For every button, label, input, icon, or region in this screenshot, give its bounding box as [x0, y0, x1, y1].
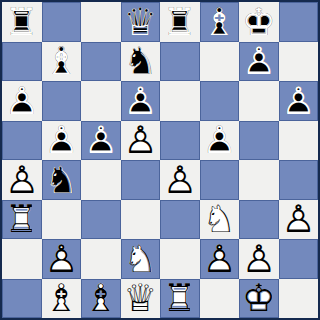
- piece-glyph-outline: ♙: [44, 121, 78, 159]
- piece-glyph-outline: ♙: [242, 42, 276, 80]
- piece-glyph-outline: ♙: [5, 82, 39, 120]
- piece-glyph-outline: ♘: [44, 161, 78, 199]
- piece-glyph-outline: ♔: [242, 279, 276, 317]
- square-c4[interactable]: [81, 160, 121, 200]
- square-g6[interactable]: [239, 81, 279, 121]
- piece-white-pawn[interactable]: ♟♙: [242, 240, 276, 278]
- square-f3[interactable]: ♞♘: [200, 200, 240, 240]
- piece-white-bishop[interactable]: ♝♗: [44, 279, 78, 317]
- square-g1[interactable]: ♚♔: [239, 279, 279, 319]
- piece-glyph-outline: ♙: [281, 82, 315, 120]
- square-e6[interactable]: [160, 81, 200, 121]
- piece-glyph-outline: ♕: [123, 279, 157, 317]
- square-c5[interactable]: ♟♙: [81, 121, 121, 161]
- square-g4[interactable]: [239, 160, 279, 200]
- square-a7[interactable]: [2, 42, 42, 82]
- square-b2[interactable]: ♟♙: [42, 239, 82, 279]
- square-d6[interactable]: ♟♙: [121, 81, 161, 121]
- piece-glyph-outline: ♙: [202, 121, 236, 159]
- piece-black-pawn[interactable]: ♟♙: [5, 82, 39, 120]
- piece-black-pawn[interactable]: ♟♙: [84, 121, 118, 159]
- piece-glyph-outline: ♔: [242, 3, 276, 41]
- square-d2[interactable]: ♞♘: [121, 239, 161, 279]
- square-a1[interactable]: [2, 279, 42, 319]
- square-g5[interactable]: [239, 121, 279, 161]
- square-e1[interactable]: ♜♖: [160, 279, 200, 319]
- square-f4[interactable]: [200, 160, 240, 200]
- square-h5[interactable]: [279, 121, 319, 161]
- piece-white-pawn[interactable]: ♟♙: [202, 240, 236, 278]
- square-d5[interactable]: ♟♙: [121, 121, 161, 161]
- piece-glyph-outline: ♙: [84, 121, 118, 159]
- piece-glyph-outline: ♙: [44, 240, 78, 278]
- piece-white-pawn[interactable]: ♟♙: [44, 240, 78, 278]
- piece-glyph-outline: ♖: [163, 3, 197, 41]
- piece-glyph-outline: ♘: [123, 42, 157, 80]
- square-c7[interactable]: [81, 42, 121, 82]
- square-b3[interactable]: [42, 200, 82, 240]
- square-e7[interactable]: [160, 42, 200, 82]
- piece-white-queen[interactable]: ♛♕: [123, 279, 157, 317]
- square-f7[interactable]: [200, 42, 240, 82]
- piece-glyph-outline: ♙: [242, 240, 276, 278]
- square-h7[interactable]: [279, 42, 319, 82]
- piece-white-pawn[interactable]: ♟♙: [281, 200, 315, 238]
- piece-glyph-outline: ♖: [5, 3, 39, 41]
- piece-white-knight[interactable]: ♞♘: [123, 240, 157, 278]
- piece-black-knight[interactable]: ♞♘: [44, 161, 78, 199]
- square-g8[interactable]: ♚♔: [239, 2, 279, 42]
- piece-black-pawn[interactable]: ♟♙: [202, 121, 236, 159]
- piece-glyph-outline: ♖: [5, 200, 39, 238]
- piece-white-king[interactable]: ♚♔: [242, 279, 276, 317]
- square-h1[interactable]: [279, 279, 319, 319]
- piece-black-king[interactable]: ♚♔: [242, 3, 276, 41]
- square-e4[interactable]: ♟♙: [160, 160, 200, 200]
- square-e3[interactable]: [160, 200, 200, 240]
- square-f2[interactable]: ♟♙: [200, 239, 240, 279]
- piece-black-knight[interactable]: ♞♘: [123, 42, 157, 80]
- square-f1[interactable]: [200, 279, 240, 319]
- square-d1[interactable]: ♛♕: [121, 279, 161, 319]
- piece-glyph-outline: ♙: [163, 161, 197, 199]
- piece-glyph-outline: ♗: [44, 279, 78, 317]
- square-d8[interactable]: ♛♕: [121, 2, 161, 42]
- piece-black-pawn[interactable]: ♟♙: [44, 121, 78, 159]
- square-f8[interactable]: ♝♗: [200, 2, 240, 42]
- square-c8[interactable]: [81, 2, 121, 42]
- piece-black-bishop[interactable]: ♝♗: [202, 3, 236, 41]
- piece-glyph-outline: ♙: [123, 82, 157, 120]
- chess-board: ♜♖♛♕♜♖♝♗♚♔♝♗♞♘♟♙♟♙♟♙♟♙♟♙♟♙♟♙♟♙♟♙♞♘♟♙♜♖♞♘…: [0, 0, 320, 320]
- piece-glyph-outline: ♗: [84, 279, 118, 317]
- piece-black-rook[interactable]: ♜♖: [5, 3, 39, 41]
- piece-glyph-outline: ♗: [202, 3, 236, 41]
- square-d3[interactable]: [121, 200, 161, 240]
- piece-glyph-outline: ♙: [5, 161, 39, 199]
- square-a2[interactable]: [2, 239, 42, 279]
- piece-glyph-outline: ♘: [202, 200, 236, 238]
- square-h4[interactable]: [279, 160, 319, 200]
- square-d7[interactable]: ♞♘: [121, 42, 161, 82]
- square-g7[interactable]: ♟♙: [239, 42, 279, 82]
- piece-white-pawn[interactable]: ♟♙: [123, 121, 157, 159]
- square-e5[interactable]: [160, 121, 200, 161]
- square-a6[interactable]: ♟♙: [2, 81, 42, 121]
- square-b5[interactable]: ♟♙: [42, 121, 82, 161]
- square-e2[interactable]: [160, 239, 200, 279]
- piece-glyph-outline: ♙: [281, 200, 315, 238]
- piece-glyph-outline: ♖: [163, 279, 197, 317]
- square-h8[interactable]: [279, 2, 319, 42]
- piece-white-rook[interactable]: ♜♖: [163, 279, 197, 317]
- square-c6[interactable]: [81, 81, 121, 121]
- square-f5[interactable]: ♟♙: [200, 121, 240, 161]
- piece-glyph-outline: ♘: [123, 240, 157, 278]
- piece-white-rook[interactable]: ♜♖: [5, 200, 39, 238]
- square-h3[interactable]: ♟♙: [279, 200, 319, 240]
- piece-glyph-outline: ♕: [123, 3, 157, 41]
- piece-black-pawn[interactable]: ♟♙: [281, 82, 315, 120]
- piece-white-pawn[interactable]: ♟♙: [5, 161, 39, 199]
- square-a8[interactable]: ♜♖: [2, 2, 42, 42]
- square-a5[interactable]: [2, 121, 42, 161]
- piece-white-pawn[interactable]: ♟♙: [163, 161, 197, 199]
- piece-black-queen[interactable]: ♛♕: [123, 3, 157, 41]
- piece-black-rook[interactable]: ♜♖: [163, 3, 197, 41]
- square-b6[interactable]: [42, 81, 82, 121]
- piece-white-knight[interactable]: ♞♘: [202, 200, 236, 238]
- square-d4[interactable]: [121, 160, 161, 200]
- square-a3[interactable]: ♜♖: [2, 200, 42, 240]
- piece-glyph-outline: ♗: [44, 42, 78, 80]
- square-h6[interactable]: ♟♙: [279, 81, 319, 121]
- square-b1[interactable]: ♝♗: [42, 279, 82, 319]
- piece-black-bishop[interactable]: ♝♗: [44, 42, 78, 80]
- square-e8[interactable]: ♜♖: [160, 2, 200, 42]
- piece-black-pawn[interactable]: ♟♙: [242, 42, 276, 80]
- square-g2[interactable]: ♟♙: [239, 239, 279, 279]
- square-b4[interactable]: ♞♘: [42, 160, 82, 200]
- square-c2[interactable]: [81, 239, 121, 279]
- piece-white-bishop[interactable]: ♝♗: [84, 279, 118, 317]
- piece-black-pawn[interactable]: ♟♙: [123, 82, 157, 120]
- square-a4[interactable]: ♟♙: [2, 160, 42, 200]
- piece-glyph-outline: ♙: [123, 121, 157, 159]
- square-c3[interactable]: [81, 200, 121, 240]
- square-b8[interactable]: [42, 2, 82, 42]
- square-g3[interactable]: [239, 200, 279, 240]
- square-b7[interactable]: ♝♗: [42, 42, 82, 82]
- square-c1[interactable]: ♝♗: [81, 279, 121, 319]
- square-h2[interactable]: [279, 239, 319, 279]
- piece-glyph-outline: ♙: [202, 240, 236, 278]
- square-f6[interactable]: [200, 81, 240, 121]
